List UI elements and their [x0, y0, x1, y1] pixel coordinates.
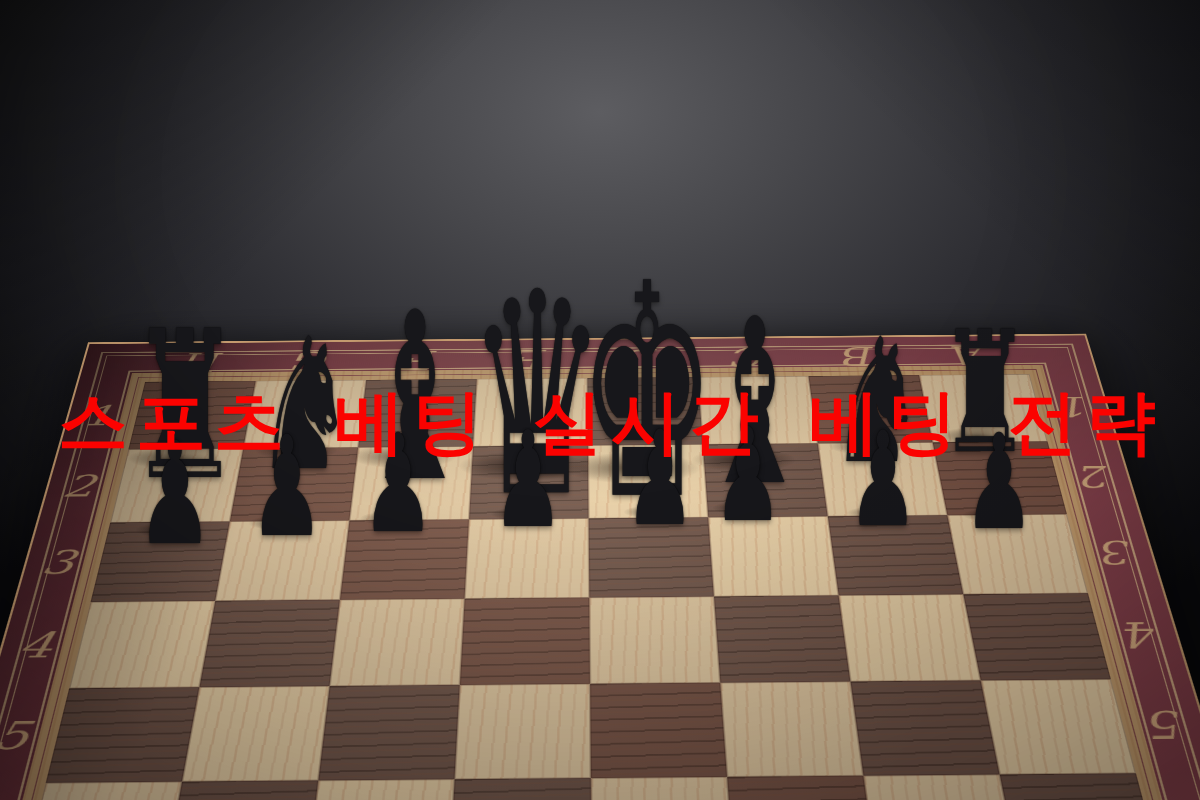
square-c6[interactable]: [727, 776, 877, 800]
square-d6[interactable]: [591, 777, 735, 800]
square-f6[interactable]: [306, 779, 455, 800]
square-e6[interactable]: [449, 778, 592, 800]
square-f5[interactable]: [318, 685, 460, 780]
square-h6[interactable]: [20, 782, 182, 800]
square-b4[interactable]: [839, 594, 981, 681]
square-c5[interactable]: [720, 682, 863, 777]
rank-label-right-6: 6: [1157, 773, 1200, 800]
square-b6[interactable]: [863, 774, 1020, 800]
square-f4[interactable]: [330, 599, 465, 686]
square-g4[interactable]: [199, 600, 340, 687]
square-h4[interactable]: [69, 601, 215, 689]
square-e5[interactable]: [455, 684, 591, 779]
square-g6[interactable]: [163, 780, 318, 800]
square-g5[interactable]: [182, 686, 330, 782]
rank-label-left-6: 6: [0, 783, 24, 800]
square-h5[interactable]: [46, 687, 200, 783]
square-e4[interactable]: [460, 598, 590, 685]
square-a5[interactable]: [981, 679, 1136, 774]
chess-photo-scene: HGFEDCBA1234567812345678 ♜♞♝♛♚♝♞♜♟♟♟♟♟♟♟…: [0, 0, 1200, 800]
overlay-caption: 스포츠 베팅 실시간 베팅 전략: [58, 376, 1163, 470]
square-b5[interactable]: [850, 680, 999, 775]
square-d4[interactable]: [589, 596, 720, 683]
square-a4[interactable]: [963, 593, 1111, 680]
square-c4[interactable]: [714, 595, 851, 682]
square-d5[interactable]: [590, 683, 727, 778]
